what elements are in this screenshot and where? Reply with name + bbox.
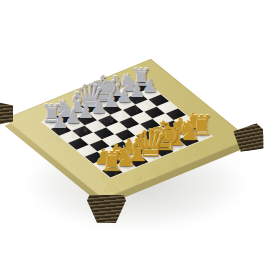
pieces-layer: ♜︎♜︎♞︎♞︎♝︎♝︎♛︎♛︎♚︎♚︎♝︎♝︎♞︎♞︎♜︎♜︎♟︎♟︎♟︎♟︎…: [0, 0, 270, 270]
piece-white-rook: ♜︎: [100, 148, 125, 176]
board-foot-left: [0, 102, 13, 125]
piece-black-pawn: ♟︎: [52, 114, 69, 133]
product-photo: ♜︎♜︎♞︎♞︎♝︎♝︎♛︎♛︎♚︎♚︎♝︎♝︎♞︎♞︎♜︎♜︎♟︎♟︎♟︎♟︎…: [0, 0, 270, 270]
